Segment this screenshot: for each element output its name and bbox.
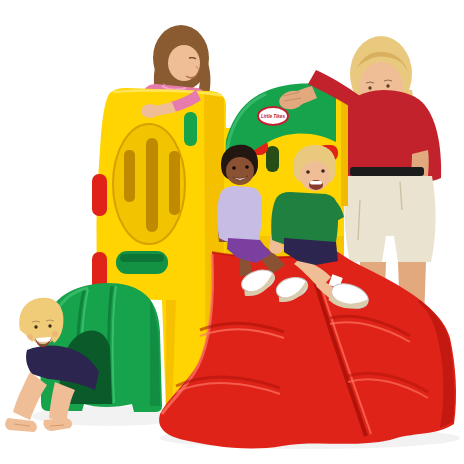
red-clip-upper — [92, 174, 107, 216]
product-photo: Little Tikes — [0, 0, 464, 464]
platform-girl-face — [168, 45, 200, 81]
woman-belt — [350, 167, 424, 176]
toddler-girl-shirt — [217, 186, 262, 244]
logo-text: Little Tikes — [261, 114, 285, 119]
playset-scene: Little Tikes — [0, 0, 464, 464]
woman-shorts — [344, 176, 435, 262]
green-hand-slot — [184, 112, 197, 146]
toddler-boy-hand — [269, 242, 283, 254]
grip-slot — [124, 150, 135, 202]
platform-girl-hand — [141, 104, 159, 118]
grip-slot — [169, 151, 180, 215]
arch-slot-hole — [266, 146, 279, 172]
grip-slot — [146, 138, 158, 232]
toddler-girl-face — [226, 157, 254, 185]
crawling-boy-hand — [43, 418, 72, 431]
little-tikes-logo: Little Tikes — [258, 107, 288, 125]
